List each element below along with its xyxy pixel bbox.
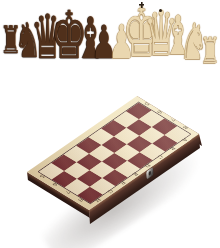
light-queen-ball-finial xyxy=(159,9,162,12)
light-king-cross-finial xyxy=(139,2,144,8)
clasp-pin xyxy=(149,170,151,176)
chess-set-photo: ♜♞♛♚♝♟♟♚♛♝♞♜ HGFEDCBA56785678 xyxy=(0,0,220,248)
piece-light-rook: ♜ xyxy=(199,33,220,69)
